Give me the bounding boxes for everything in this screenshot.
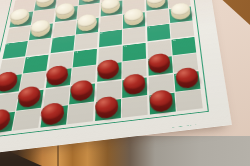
white-man[interactable]: ⛀	[125, 13, 144, 27]
square-number: 12	[170, 9, 173, 11]
red-man[interactable]: ⛂	[0, 76, 20, 93]
square-1[interactable]: 1⛀	[34, 0, 57, 11]
square-light[interactable]	[168, 0, 191, 8]
square-number: 7	[102, 3, 104, 5]
square-light[interactable]	[146, 9, 169, 26]
piece-side	[124, 9, 144, 27]
white-draughts-man-glyph: ⛀	[78, 19, 98, 34]
white-man[interactable]: ⛀	[102, 2, 121, 16]
square-number: 16	[147, 26, 150, 28]
square-number: 5	[12, 14, 14, 16]
piece-top-face	[76, 14, 96, 29]
piece-side	[29, 20, 51, 38]
square-light[interactable]	[57, 0, 79, 8]
square-number: 10	[78, 20, 81, 22]
piece-top-face	[124, 8, 143, 22]
white-man[interactable]: ⛀	[80, 0, 99, 4]
square-number: 20	[172, 39, 175, 41]
square-12[interactable]: 12⛀	[169, 6, 192, 23]
square-number: 13	[6, 44, 9, 46]
square-8[interactable]: 8⛀	[146, 0, 168, 11]
square-7[interactable]: 7⛀	[100, 1, 122, 17]
square-number: 18	[75, 51, 78, 53]
white-draughts-man-glyph: ⛀	[147, 0, 166, 10]
square-light[interactable]	[53, 20, 76, 37]
white-man[interactable]: ⛀	[171, 7, 191, 21]
square-25[interactable]: 25⛂	[17, 90, 44, 111]
checkers-board: 1⛀2⛀3⛀4⛀5⛀6⛀7⛀8⛀9⛀10⛀11⛀12⛀1314151617181…	[0, 0, 232, 158]
square-light[interactable]	[78, 3, 100, 19]
square-number: 14	[53, 38, 56, 40]
square-28[interactable]: 28⛂	[174, 71, 200, 92]
piece-top-face	[146, 0, 165, 5]
piece-top-face	[170, 2, 190, 16]
white-draughts-man-glyph: ⛀	[80, 0, 99, 4]
square-light[interactable]	[67, 102, 94, 124]
piece-side	[35, 0, 56, 9]
square-light[interactable]	[171, 21, 195, 38]
piece-side	[55, 3, 76, 20]
square-14[interactable]: 14	[50, 36, 74, 54]
square-light[interactable]	[32, 9, 55, 25]
red-man[interactable]: ⛂	[0, 113, 13, 132]
photo-scene: 1⛀2⛀3⛀4⛀5⛀6⛀7⛀8⛀9⛀10⛀11⛀12⛀1314151617181…	[0, 0, 250, 166]
piece-shadow	[104, 3, 123, 17]
red-man[interactable]: ⛂	[149, 58, 171, 75]
square-light[interactable]	[176, 90, 203, 112]
piece-side	[101, 0, 120, 15]
square-22[interactable]: 22⛂	[46, 68, 72, 88]
square-30[interactable]: 30⛂	[40, 106, 68, 128]
red-man[interactable]: ⛂	[47, 70, 69, 87]
white-draughts-man-glyph: ⛀	[11, 13, 32, 27]
white-man[interactable]: ⛀	[31, 24, 52, 39]
piece-side	[79, 0, 98, 3]
red-man[interactable]: ⛂	[151, 94, 174, 113]
piece-side	[77, 14, 98, 32]
square-light[interactable]	[75, 33, 99, 51]
square-light[interactable]	[100, 15, 122, 32]
square-18[interactable]: 18	[73, 49, 97, 68]
piece-shadow	[126, 14, 145, 29]
red-man[interactable]: ⛂	[42, 107, 66, 126]
red-man[interactable]: ⛂	[124, 78, 146, 96]
square-19[interactable]: 19	[123, 43, 146, 61]
playing-area: 1⛀2⛀3⛀4⛀5⛀6⛀7⛀8⛀9⛀10⛀11⛀12⛀1314151617181…	[0, 0, 209, 139]
square-10[interactable]: 10⛀	[76, 18, 99, 35]
piece-shadow	[12, 14, 33, 28]
square-26[interactable]: 26⛂	[69, 83, 95, 104]
white-draughts-man-glyph: ⛀	[125, 13, 144, 27]
square-11[interactable]: 11⛀	[123, 12, 145, 29]
red-man[interactable]: ⛂	[18, 91, 42, 109]
piece-shadow	[173, 8, 193, 22]
white-draughts-man-glyph: ⛀	[56, 7, 76, 21]
red-man[interactable]: ⛂	[97, 101, 120, 120]
square-number: 17	[26, 57, 29, 59]
square-light[interactable]	[12, 0, 35, 13]
board-brand-print: ――――― ――	[172, 123, 196, 128]
white-man[interactable]: ⛀	[56, 7, 76, 21]
square-31[interactable]: 31⛂	[95, 99, 121, 121]
board-tilt-wrapper: 1⛀2⛀3⛀4⛀5⛀6⛀7⛀8⛀9⛀10⛀11⛀12⛀1314151617181…	[0, 0, 221, 166]
square-24[interactable]: 24⛂	[148, 56, 173, 75]
square-number: 15	[100, 32, 103, 34]
square-light[interactable]	[123, 0, 145, 14]
piece-top-face	[55, 2, 75, 16]
square-32[interactable]: 32⛂	[149, 93, 175, 115]
square-20[interactable]: 20	[172, 37, 197, 55]
piece-top-face	[101, 0, 120, 10]
square-15[interactable]: 15	[99, 30, 122, 48]
piece-side	[170, 3, 191, 21]
piece-top-face	[9, 8, 30, 22]
piece-shadow	[32, 25, 53, 40]
piece-shadow	[79, 20, 99, 35]
red-man[interactable]: ⛂	[99, 64, 120, 81]
white-draughts-man-glyph: ⛀	[102, 2, 121, 16]
white-man[interactable]: ⛀	[78, 19, 98, 34]
white-draughts-man-glyph: ⛀	[36, 0, 56, 10]
white-man[interactable]: ⛀	[11, 13, 32, 27]
square-2[interactable]: 2⛀	[79, 0, 101, 5]
square-light[interactable]	[6, 26, 31, 43]
piece-shadow	[58, 8, 78, 22]
square-23[interactable]: 23⛂	[97, 62, 121, 82]
white-man[interactable]: ⛀	[147, 0, 166, 10]
piece-shadow	[37, 0, 57, 10]
square-light[interactable]	[123, 27, 146, 45]
square-17[interactable]: 17	[23, 54, 49, 73]
square-number: 6	[57, 8, 59, 10]
square-9[interactable]: 9⛀	[29, 23, 53, 40]
square-number: 19	[123, 45, 126, 47]
square-13[interactable]: 13	[2, 41, 27, 59]
white-draughts-man-glyph: ⛀	[171, 7, 191, 21]
square-6[interactable]: 6⛀	[55, 6, 78, 22]
square-light[interactable]	[26, 38, 51, 56]
square-light[interactable]	[13, 109, 41, 131]
piece-top-face	[34, 0, 54, 5]
white-man[interactable]: ⛀	[36, 0, 56, 10]
red-man[interactable]: ⛂	[176, 72, 199, 90]
square-27[interactable]: 27⛂	[122, 77, 147, 98]
square-21[interactable]: 21⛂	[0, 74, 22, 94]
piece-shadow	[82, 0, 101, 5]
square-5[interactable]: 5⛀	[9, 12, 33, 28]
square-number: 11	[124, 14, 127, 16]
piece-shadow	[149, 0, 168, 11]
board-perspective: 1⛀2⛀3⛀4⛀5⛀6⛀7⛀8⛀9⛀10⛀11⛀12⛀1314151617181…	[0, 0, 250, 166]
square-light[interactable]	[101, 0, 122, 2]
square-number: 9	[32, 26, 34, 28]
square-16[interactable]: 16	[147, 24, 170, 41]
piece-side	[9, 9, 31, 26]
square-light[interactable]	[122, 96, 148, 118]
piece-top-face	[29, 19, 50, 34]
piece-side	[147, 0, 167, 9]
white-draughts-man-glyph: ⛀	[31, 24, 52, 39]
red-man[interactable]: ⛂	[71, 85, 94, 103]
